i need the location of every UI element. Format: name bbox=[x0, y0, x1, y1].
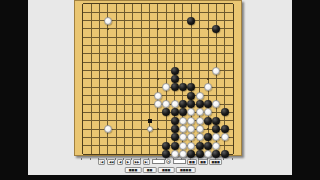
white-stone bbox=[196, 133, 204, 141]
coordinate-tick bbox=[106, 158, 107, 160]
black-stone bbox=[162, 108, 170, 116]
coordinate-tick bbox=[223, 158, 224, 160]
black-stone bbox=[187, 17, 195, 25]
white-stone bbox=[196, 125, 204, 133]
jump-input[interactable] bbox=[173, 159, 186, 164]
black-stone bbox=[171, 125, 179, 133]
black-stone bbox=[196, 142, 204, 150]
hoshi-point bbox=[157, 128, 160, 131]
coordinate-tick bbox=[81, 158, 82, 160]
hoshi-point bbox=[157, 78, 160, 81]
black-stone bbox=[204, 117, 212, 125]
white-stone bbox=[104, 125, 112, 133]
white-stone bbox=[204, 83, 212, 91]
black-stone bbox=[171, 142, 179, 150]
coordinate-tick bbox=[181, 158, 182, 160]
white-stone bbox=[171, 150, 179, 158]
coordinate-tick bbox=[156, 158, 157, 160]
black-stone bbox=[204, 142, 212, 150]
white-stone bbox=[179, 125, 187, 133]
small-white-stone bbox=[147, 126, 153, 132]
white-stone bbox=[212, 142, 220, 150]
secondary-toolbar: ■■■■■■■■■■■■ bbox=[125, 167, 196, 173]
black-stone bbox=[171, 133, 179, 141]
tool-button-1[interactable]: ■■ bbox=[187, 159, 197, 165]
white-stone bbox=[196, 108, 204, 116]
white-stone bbox=[196, 117, 204, 125]
coordinate-tick bbox=[140, 158, 141, 160]
white-stone bbox=[187, 125, 195, 133]
white-stone bbox=[212, 67, 220, 75]
black-stone bbox=[179, 108, 187, 116]
white-stone bbox=[212, 133, 220, 141]
hoshi-point bbox=[207, 28, 210, 31]
hoshi-point bbox=[107, 28, 110, 31]
black-stone bbox=[179, 100, 187, 108]
grid-line bbox=[166, 4, 167, 154]
black-stone bbox=[162, 150, 170, 158]
white-stone bbox=[204, 108, 212, 116]
action-button-2[interactable]: ■■ bbox=[143, 167, 157, 173]
black-stone bbox=[162, 142, 170, 150]
action-button-4[interactable]: ■■■■ bbox=[176, 167, 195, 173]
black-stone bbox=[204, 133, 212, 141]
hoshi-point bbox=[107, 78, 110, 81]
go-app-window: |◀◀◀◀▶▶▶▶|◔■■■■■■■ ■■■■■■■■■■■■ bbox=[28, 0, 292, 175]
white-stone bbox=[179, 142, 187, 150]
black-stone bbox=[204, 100, 212, 108]
black-stone bbox=[221, 125, 229, 133]
coordinate-tick bbox=[207, 158, 208, 160]
white-stone bbox=[187, 117, 195, 125]
rotate-icon-button[interactable]: ◔ bbox=[166, 159, 171, 164]
black-stone bbox=[221, 150, 229, 158]
coordinate-tick bbox=[232, 158, 233, 160]
white-stone bbox=[179, 133, 187, 141]
black-stone bbox=[187, 92, 195, 100]
black-stone bbox=[212, 117, 220, 125]
white-stone bbox=[187, 142, 195, 150]
white-stone bbox=[204, 150, 212, 158]
white-stone bbox=[154, 92, 162, 100]
black-stone bbox=[171, 75, 179, 83]
hoshi-point bbox=[207, 128, 210, 131]
black-stone bbox=[187, 100, 195, 108]
white-stone bbox=[179, 150, 187, 158]
coordinate-tick bbox=[123, 158, 124, 160]
white-stone bbox=[171, 100, 179, 108]
coordinate-tick bbox=[173, 158, 174, 160]
white-stone bbox=[154, 100, 162, 108]
move-number-input[interactable] bbox=[152, 159, 165, 164]
white-stone bbox=[104, 17, 112, 25]
coordinate-tick bbox=[148, 158, 149, 160]
white-stone bbox=[187, 108, 195, 116]
black-stone bbox=[196, 150, 204, 158]
nav-next-button[interactable]: ▶ bbox=[125, 159, 131, 165]
coordinate-tick bbox=[98, 158, 99, 160]
hoshi-point bbox=[157, 28, 160, 31]
coordinate-tick bbox=[115, 158, 116, 160]
white-stone bbox=[162, 83, 170, 91]
black-stone bbox=[187, 83, 195, 91]
white-stone bbox=[187, 133, 195, 141]
black-stone bbox=[196, 100, 204, 108]
black-stone bbox=[179, 83, 187, 91]
grid-line bbox=[233, 4, 234, 154]
video-frame: |◀◀◀◀▶▶▶▶|◔■■■■■■■ ■■■■■■■■■■■■ bbox=[0, 0, 320, 180]
black-stone bbox=[171, 117, 179, 125]
white-stone bbox=[212, 100, 220, 108]
white-stone bbox=[221, 133, 229, 141]
black-stone bbox=[171, 67, 179, 75]
coordinate-tick bbox=[190, 158, 191, 160]
coordinate-tick bbox=[198, 158, 199, 160]
white-stone bbox=[196, 92, 204, 100]
black-stone bbox=[171, 83, 179, 91]
go-board[interactable] bbox=[74, 0, 242, 156]
black-stone bbox=[212, 125, 220, 133]
white-stone bbox=[162, 100, 170, 108]
black-stone bbox=[187, 150, 195, 158]
action-button-1[interactable]: ■■■ bbox=[125, 167, 142, 173]
coordinate-tick bbox=[90, 158, 91, 160]
black-stone bbox=[212, 25, 220, 33]
playback-toolbar: |◀◀◀◀▶▶▶▶|◔■■■■■■■ bbox=[98, 159, 222, 165]
action-button-3[interactable]: ■■■ bbox=[158, 167, 175, 173]
nav-first-button[interactable]: |◀ bbox=[98, 159, 105, 165]
black-stone bbox=[171, 108, 179, 116]
hoshi-point bbox=[207, 78, 210, 81]
coordinate-tick bbox=[215, 158, 216, 160]
black-stone bbox=[221, 108, 229, 116]
coordinate-tick bbox=[131, 158, 132, 160]
white-stone bbox=[179, 117, 187, 125]
coordinate-tick bbox=[165, 158, 166, 160]
square-marker bbox=[148, 119, 152, 123]
black-stone bbox=[212, 150, 220, 158]
